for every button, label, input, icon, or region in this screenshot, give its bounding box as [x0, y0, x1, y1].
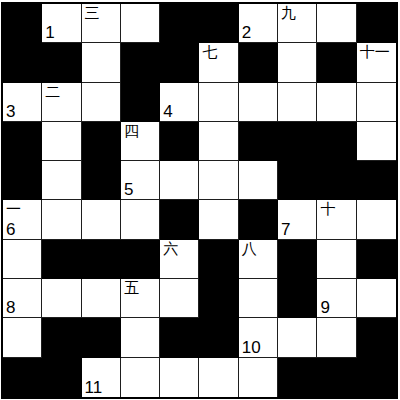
cell-r3c3[interactable]: 四: [121, 122, 160, 161]
cell-r8c9: [357, 318, 396, 357]
cell-r5c4: [160, 200, 199, 239]
across-clue-number: 8: [6, 299, 15, 316]
cell-r6c3: [121, 240, 160, 279]
cell-r9c0: [3, 358, 42, 397]
crossword-page: 1三2九七十一3二4四5一67十六八8五91011: [0, 0, 400, 400]
cell-r4c8: [317, 161, 356, 200]
across-clue-number: 3: [6, 103, 15, 120]
cell-r1c7[interactable]: [278, 43, 317, 82]
cell-r7c6[interactable]: [239, 279, 278, 318]
cell-r1c5[interactable]: 七: [199, 43, 238, 82]
cell-r0c3[interactable]: [121, 4, 160, 43]
down-clue-number: 八: [242, 241, 257, 258]
cell-r6c9: [357, 240, 396, 279]
cell-r0c8[interactable]: [317, 4, 356, 43]
cell-r9c1: [42, 358, 81, 397]
cell-r4c6[interactable]: [239, 161, 278, 200]
cell-r1c1: [42, 43, 81, 82]
cell-r2c1[interactable]: 二: [42, 83, 81, 122]
cell-r0c6[interactable]: 2: [239, 4, 278, 43]
cell-r2c6[interactable]: [239, 83, 278, 122]
cell-r7c0[interactable]: 8: [3, 279, 42, 318]
cell-r6c2: [82, 240, 121, 279]
cell-r0c5: [199, 4, 238, 43]
cell-r4c9: [357, 161, 396, 200]
cell-r8c4: [160, 318, 199, 357]
cell-r7c9[interactable]: [357, 279, 396, 318]
crossword-board: 1三2九七十一3二4四5一67十六八8五91011: [1, 2, 398, 399]
cell-r5c2[interactable]: [82, 200, 121, 239]
cell-r3c2: [82, 122, 121, 161]
cell-r2c0[interactable]: 3: [3, 83, 42, 122]
cell-r8c7[interactable]: [278, 318, 317, 357]
cell-r9c8: [317, 358, 356, 397]
cell-r5c7[interactable]: 7: [278, 200, 317, 239]
cell-r1c0: [3, 43, 42, 82]
down-clue-number: 二: [45, 84, 60, 101]
cell-r5c6: [239, 200, 278, 239]
cell-r5c8[interactable]: 十: [317, 200, 356, 239]
cell-r0c1[interactable]: 1: [42, 4, 81, 43]
cell-r4c1[interactable]: [42, 161, 81, 200]
across-clue-number: 10: [242, 339, 261, 356]
cell-r0c9: [357, 4, 396, 43]
cell-r7c3[interactable]: 五: [121, 279, 160, 318]
cell-r5c9[interactable]: [357, 200, 396, 239]
cell-r5c3[interactable]: [121, 200, 160, 239]
down-clue-number: 四: [124, 123, 139, 140]
cell-r9c5[interactable]: [199, 358, 238, 397]
across-clue-number: 11: [85, 379, 103, 396]
cell-r3c8: [317, 122, 356, 161]
down-clue-number: 七: [202, 44, 217, 61]
cell-r1c6: [239, 43, 278, 82]
cell-r3c6: [239, 122, 278, 161]
down-clue-number: 一: [6, 201, 21, 218]
cell-r2c9[interactable]: [357, 83, 396, 122]
across-clue-number: 5: [124, 181, 133, 198]
cell-r7c5: [199, 279, 238, 318]
cell-r7c4[interactable]: [160, 279, 199, 318]
down-clue-number: 十: [320, 201, 335, 218]
cell-r9c7: [278, 358, 317, 397]
cell-r8c5: [199, 318, 238, 357]
cell-r8c8[interactable]: [317, 318, 356, 357]
down-clue-number: 十一: [360, 44, 390, 61]
cell-r6c0[interactable]: [3, 240, 42, 279]
down-clue-number: 九: [281, 5, 296, 22]
cell-r6c4[interactable]: 六: [160, 240, 199, 279]
cell-r3c7: [278, 122, 317, 161]
cell-r9c6[interactable]: [239, 358, 278, 397]
cell-r5c5[interactable]: [199, 200, 238, 239]
cell-r2c4[interactable]: 4: [160, 83, 199, 122]
cell-r4c7: [278, 161, 317, 200]
cell-r4c3[interactable]: 5: [121, 161, 160, 200]
down-clue-number: 三: [85, 5, 100, 22]
cell-r2c8[interactable]: [317, 83, 356, 122]
cell-r6c8[interactable]: [317, 240, 356, 279]
across-clue-number: 9: [320, 299, 329, 316]
cell-r4c5[interactable]: [199, 161, 238, 200]
cell-r0c4: [160, 4, 199, 43]
cell-r1c9[interactable]: 十一: [357, 43, 396, 82]
cell-r2c2[interactable]: [82, 83, 121, 122]
across-clue-number: 6: [6, 221, 15, 238]
cell-r1c4: [160, 43, 199, 82]
cell-r8c0[interactable]: [3, 318, 42, 357]
across-clue-number: 2: [242, 24, 251, 41]
cell-r0c7[interactable]: 九: [278, 4, 317, 43]
cell-r9c9: [357, 358, 396, 397]
cell-r3c1[interactable]: [42, 122, 81, 161]
cell-r2c7[interactable]: [278, 83, 317, 122]
cell-r8c1: [42, 318, 81, 357]
cell-r4c0: [3, 161, 42, 200]
cell-r4c4[interactable]: [160, 161, 199, 200]
cell-r6c6[interactable]: 八: [239, 240, 278, 279]
cell-r7c1[interactable]: [42, 279, 81, 318]
cell-r9c4[interactable]: [160, 358, 199, 397]
cell-r3c4: [160, 122, 199, 161]
cell-r1c8: [317, 43, 356, 82]
down-clue-number: 六: [163, 241, 178, 258]
cell-r1c2[interactable]: [82, 43, 121, 82]
cell-r6c7: [278, 240, 317, 279]
cell-r3c0: [3, 122, 42, 161]
cell-r2c3: [121, 83, 160, 122]
cell-r8c6[interactable]: 10: [239, 318, 278, 357]
cell-r9c2[interactable]: 11: [82, 358, 121, 397]
cell-r8c2: [82, 318, 121, 357]
cell-r7c2[interactable]: [82, 279, 121, 318]
cell-r2c5[interactable]: [199, 83, 238, 122]
across-clue-number: 7: [281, 221, 290, 238]
cell-r3c9[interactable]: [357, 122, 396, 161]
cell-r7c8[interactable]: 9: [317, 279, 356, 318]
cell-r6c1: [42, 240, 81, 279]
cell-r1c3: [121, 43, 160, 82]
across-clue-number: 1: [45, 24, 54, 41]
cell-r0c0: [3, 4, 42, 43]
cell-r7c7: [278, 279, 317, 318]
cell-r4c2: [82, 161, 121, 200]
cell-r8c3[interactable]: [121, 318, 160, 357]
cell-r9c3[interactable]: [121, 358, 160, 397]
cell-r3c5[interactable]: [199, 122, 238, 161]
cell-r0c2[interactable]: 三: [82, 4, 121, 43]
cell-r5c0[interactable]: 一6: [3, 200, 42, 239]
across-clue-number: 4: [163, 103, 172, 120]
cell-r6c5: [199, 240, 238, 279]
down-clue-number: 五: [124, 280, 139, 297]
cell-r5c1[interactable]: [42, 200, 81, 239]
